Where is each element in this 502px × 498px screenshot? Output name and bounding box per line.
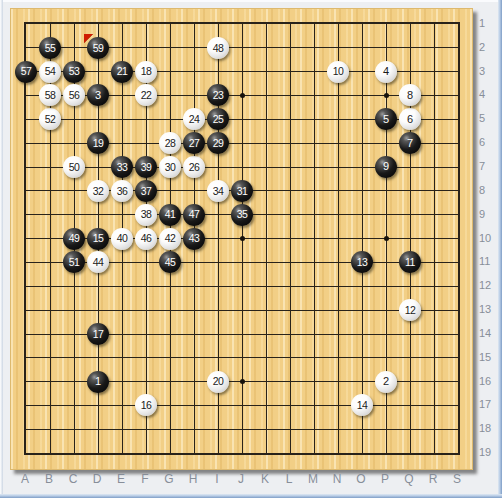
stone-29-I6: 29 — [207, 132, 229, 154]
move-number: 42 — [165, 233, 176, 244]
row-label-5: 5 — [477, 106, 499, 130]
stone-58-B4: 58 — [39, 84, 61, 106]
stone-19-D6: 19 — [87, 132, 109, 154]
move-number: 49 — [69, 233, 80, 244]
stone-44-D11: 44 — [87, 251, 109, 273]
stone-22-F4: 22 — [135, 84, 157, 106]
column-label-D: D — [85, 471, 109, 487]
move-number: 53 — [69, 66, 80, 77]
stone-15-D10: 15 — [87, 228, 109, 250]
move-number: 18 — [141, 66, 152, 77]
move-number: 24 — [189, 114, 200, 125]
column-label-O: O — [349, 471, 373, 487]
move-number: 50 — [69, 162, 80, 173]
panel-edge-top — [0, 0, 502, 2]
move-number: 27 — [189, 138, 200, 149]
row-label-14: 14 — [477, 321, 499, 345]
move-number: 6 — [407, 114, 413, 125]
row-label-8: 8 — [477, 178, 499, 202]
stone-12-Q13: 12 — [399, 299, 421, 321]
move-number: 11 — [405, 257, 415, 268]
column-label-P: P — [373, 471, 397, 487]
stone-20-I16: 20 — [207, 371, 229, 393]
move-number: 55 — [45, 43, 56, 54]
stone-2-P16: 2 — [375, 371, 397, 393]
move-number: 4 — [383, 66, 389, 77]
move-number: 8 — [407, 90, 413, 101]
row-label-19: 19 — [477, 440, 499, 464]
move-number: 7 — [407, 138, 413, 149]
move-number: 52 — [45, 114, 56, 125]
move-number: 26 — [189, 162, 200, 173]
stone-27-H6: 27 — [183, 132, 205, 154]
move-number: 19 — [93, 138, 104, 149]
stone-28-G6: 28 — [159, 132, 181, 154]
column-label-M: M — [301, 471, 325, 487]
move-number: 40 — [117, 233, 128, 244]
stone-52-B5: 52 — [39, 108, 61, 130]
stone-4-P3: 4 — [375, 61, 397, 83]
row-label-16: 16 — [477, 369, 499, 393]
move-number: 1 — [95, 376, 101, 387]
stone-3-D4: 3 — [87, 84, 109, 106]
stone-23-I4: 23 — [207, 84, 229, 106]
row-labels: 12345678910111213141516171819 — [477, 11, 499, 464]
panel-edge-left — [0, 0, 3, 498]
stone-21-E3: 21 — [111, 61, 133, 83]
column-label-H: H — [181, 471, 205, 487]
move-number: 59 — [93, 43, 104, 54]
row-label-9: 9 — [477, 202, 499, 226]
move-number: 21 — [117, 66, 128, 77]
last-move-marker — [84, 34, 93, 43]
row-label-3: 3 — [477, 59, 499, 83]
move-number: 31 — [237, 186, 248, 197]
stone-50-C7: 50 — [63, 156, 85, 178]
stone-59-D2: 59 — [87, 37, 109, 59]
move-number: 2 — [383, 376, 389, 387]
column-label-C: C — [61, 471, 85, 487]
move-number: 28 — [165, 138, 176, 149]
stone-17-D14: 17 — [87, 323, 109, 345]
stone-1-D16: 1 — [87, 371, 109, 393]
move-number: 29 — [213, 138, 224, 149]
row-label-17: 17 — [477, 393, 499, 417]
panel-edge-bottom — [0, 494, 502, 498]
stone-6-Q5: 6 — [399, 108, 421, 130]
move-number: 25 — [213, 114, 224, 125]
move-number: 33 — [117, 162, 128, 173]
move-number: 10 — [333, 66, 344, 77]
stone-13-O11: 13 — [351, 251, 373, 273]
stone-8-Q4: 8 — [399, 84, 421, 106]
row-label-12: 12 — [477, 273, 499, 297]
move-number: 23 — [213, 90, 224, 101]
stone-49-C10: 49 — [63, 228, 85, 250]
stone-36-E8: 36 — [111, 180, 133, 202]
column-label-K: K — [253, 471, 277, 487]
move-number: 16 — [141, 400, 152, 411]
column-label-S: S — [445, 471, 469, 487]
stone-30-G7: 30 — [159, 156, 181, 178]
move-number: 35 — [237, 209, 248, 220]
stone-56-C4: 56 — [63, 84, 85, 106]
go-board[interactable]: 1234567891011121314151617181920212223242… — [10, 8, 473, 470]
stone-43-H10: 43 — [183, 228, 205, 250]
column-label-F: F — [133, 471, 157, 487]
stone-57-A3: 57 — [15, 61, 37, 83]
move-number: 22 — [141, 90, 152, 101]
stone-48-I2: 48 — [207, 37, 229, 59]
row-label-1: 1 — [477, 11, 499, 35]
move-number: 32 — [93, 186, 104, 197]
column-label-A: A — [13, 471, 37, 487]
move-number: 41 — [165, 209, 176, 220]
move-number: 43 — [189, 233, 200, 244]
move-number: 45 — [165, 257, 176, 268]
row-label-15: 15 — [477, 345, 499, 369]
move-number: 14 — [357, 400, 368, 411]
move-number: 20 — [213, 376, 224, 387]
column-label-E: E — [109, 471, 133, 487]
stone-11-Q11: 11 — [399, 251, 421, 273]
move-number: 57 — [21, 66, 32, 77]
stone-9-P7: 9 — [375, 156, 397, 178]
row-label-7: 7 — [477, 154, 499, 178]
stone-42-G10: 42 — [159, 228, 181, 250]
panel-edge-right — [498, 0, 502, 498]
stone-26-H7: 26 — [183, 156, 205, 178]
stone-14-O17: 14 — [351, 394, 373, 416]
stone-24-H5: 24 — [183, 108, 205, 130]
stone-7-Q6: 7 — [399, 132, 421, 154]
move-number: 56 — [69, 90, 80, 101]
row-label-2: 2 — [477, 35, 499, 59]
stone-47-H9: 47 — [183, 204, 205, 226]
stone-32-D8: 32 — [87, 180, 109, 202]
stone-40-E10: 40 — [111, 228, 133, 250]
move-number: 48 — [213, 43, 224, 54]
move-number: 5 — [383, 114, 389, 125]
column-label-I: I — [205, 471, 229, 487]
stone-35-J9: 35 — [231, 204, 253, 226]
stone-37-F8: 37 — [135, 180, 157, 202]
row-label-6: 6 — [477, 130, 499, 154]
move-number: 58 — [45, 90, 56, 101]
stone-46-F10: 46 — [135, 228, 157, 250]
column-label-Q: Q — [397, 471, 421, 487]
column-label-B: B — [37, 471, 61, 487]
move-number: 51 — [69, 257, 80, 268]
row-label-10: 10 — [477, 226, 499, 250]
stone-54-B3: 54 — [39, 61, 61, 83]
move-number: 38 — [141, 209, 152, 220]
move-number: 39 — [141, 162, 152, 173]
move-number: 30 — [165, 162, 176, 173]
stone-55-B2: 55 — [39, 37, 61, 59]
column-label-G: G — [157, 471, 181, 487]
move-number: 9 — [383, 161, 389, 172]
column-label-N: N — [325, 471, 349, 487]
column-label-L: L — [277, 471, 301, 487]
stone-16-F17: 16 — [135, 394, 157, 416]
move-number: 12 — [405, 305, 416, 316]
move-number: 34 — [213, 186, 224, 197]
row-label-11: 11 — [477, 249, 499, 273]
stone-45-G11: 45 — [159, 251, 181, 273]
stone-39-F7: 39 — [135, 156, 157, 178]
stone-33-E7: 33 — [111, 156, 133, 178]
kifu-viewer-panel: 1234567891011121314151617181920212223242… — [0, 0, 502, 498]
stone-10-N3: 10 — [327, 61, 349, 83]
row-label-4: 4 — [477, 83, 499, 107]
column-label-J: J — [229, 471, 253, 487]
stone-41-G9: 41 — [159, 204, 181, 226]
move-number: 37 — [141, 186, 152, 197]
move-number: 15 — [93, 233, 104, 244]
stone-31-J8: 31 — [231, 180, 253, 202]
stone-38-F9: 38 — [135, 204, 157, 226]
move-number: 54 — [45, 66, 56, 77]
move-number: 36 — [117, 186, 128, 197]
column-labels: ABCDEFGHIJKLMNOPQRS — [13, 471, 469, 487]
row-label-13: 13 — [477, 297, 499, 321]
stone-34-I8: 34 — [207, 180, 229, 202]
stones-layer: 1234567891011121314151617181920212223242… — [14, 12, 470, 465]
move-number: 44 — [93, 257, 104, 268]
move-number: 3 — [95, 90, 101, 101]
stone-5-P5: 5 — [375, 108, 397, 130]
move-number: 17 — [93, 329, 104, 340]
stone-51-C11: 51 — [63, 251, 85, 273]
move-number: 47 — [189, 209, 200, 220]
column-label-R: R — [421, 471, 445, 487]
move-number: 46 — [141, 233, 152, 244]
stone-25-I5: 25 — [207, 108, 229, 130]
stone-53-C3: 53 — [63, 61, 85, 83]
move-number: 13 — [357, 257, 368, 268]
stone-18-F3: 18 — [135, 61, 157, 83]
row-label-18: 18 — [477, 416, 499, 440]
